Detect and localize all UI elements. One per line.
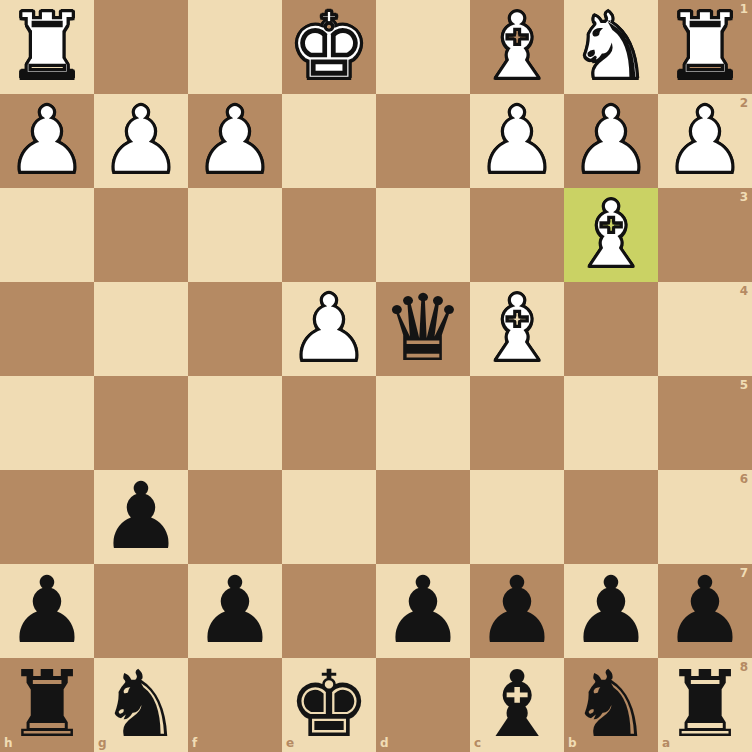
square-f3[interactable]: [188, 188, 282, 282]
square-d8[interactable]: d: [376, 658, 470, 752]
square-e6[interactable]: [282, 470, 376, 564]
square-a5[interactable]: 5: [658, 376, 752, 470]
square-f4[interactable]: [188, 282, 282, 376]
square-a1[interactable]: ♜1: [658, 0, 752, 94]
square-c4[interactable]: ♝: [470, 282, 564, 376]
piece-white-pawn[interactable]: ♟: [564, 94, 658, 188]
square-c6[interactable]: [470, 470, 564, 564]
square-f7[interactable]: ♟: [188, 564, 282, 658]
square-b7[interactable]: ♟: [564, 564, 658, 658]
square-c3[interactable]: [470, 188, 564, 282]
square-e5[interactable]: [282, 376, 376, 470]
square-e3[interactable]: [282, 188, 376, 282]
square-e8[interactable]: ♚e: [282, 658, 376, 752]
square-b4[interactable]: [564, 282, 658, 376]
piece-white-rook[interactable]: ♜: [658, 0, 752, 94]
square-e2[interactable]: [282, 94, 376, 188]
rank-label-6: 6: [740, 472, 748, 486]
square-h6[interactable]: [0, 470, 94, 564]
square-d6[interactable]: [376, 470, 470, 564]
square-e7[interactable]: [282, 564, 376, 658]
square-e1[interactable]: ♚: [282, 0, 376, 94]
file-label-f: f: [192, 736, 197, 750]
piece-black-pawn[interactable]: ♟: [470, 564, 564, 658]
piece-white-rook[interactable]: ♜: [0, 0, 94, 94]
square-b8[interactable]: ♞b: [564, 658, 658, 752]
square-a6[interactable]: 6: [658, 470, 752, 564]
square-b2[interactable]: ♟: [564, 94, 658, 188]
square-f2[interactable]: ♟: [188, 94, 282, 188]
square-h2[interactable]: ♟: [0, 94, 94, 188]
chess-board: ♜♚♝♞♜1♟♟♟♟♟♟2♝3♟♛♝45♟6♟♟♟♟♟♟7♜h♞gf♚ed♝c♞…: [0, 0, 752, 752]
piece-black-pawn[interactable]: ♟: [564, 564, 658, 658]
piece-black-rook[interactable]: ♜: [0, 658, 94, 752]
square-g6[interactable]: ♟: [94, 470, 188, 564]
square-h8[interactable]: ♜h: [0, 658, 94, 752]
square-d7[interactable]: ♟: [376, 564, 470, 658]
square-c7[interactable]: ♟: [470, 564, 564, 658]
piece-black-king[interactable]: ♚: [282, 658, 376, 752]
square-c8[interactable]: ♝c: [470, 658, 564, 752]
piece-white-pawn[interactable]: ♟: [94, 94, 188, 188]
square-h4[interactable]: [0, 282, 94, 376]
square-e4[interactable]: ♟: [282, 282, 376, 376]
square-g7[interactable]: [94, 564, 188, 658]
piece-black-rook[interactable]: ♜: [658, 658, 752, 752]
square-d3[interactable]: [376, 188, 470, 282]
square-d1[interactable]: [376, 0, 470, 94]
square-a4[interactable]: 4: [658, 282, 752, 376]
piece-white-pawn[interactable]: ♟: [282, 282, 376, 376]
piece-white-pawn[interactable]: ♟: [0, 94, 94, 188]
square-d5[interactable]: [376, 376, 470, 470]
square-a8[interactable]: ♜8a: [658, 658, 752, 752]
piece-white-pawn[interactable]: ♟: [470, 94, 564, 188]
piece-white-king[interactable]: ♚: [282, 0, 376, 94]
square-b1[interactable]: ♞: [564, 0, 658, 94]
square-d2[interactable]: [376, 94, 470, 188]
square-h3[interactable]: [0, 188, 94, 282]
square-b3[interactable]: ♝: [564, 188, 658, 282]
square-h1[interactable]: ♜: [0, 0, 94, 94]
piece-white-bishop[interactable]: ♝: [564, 188, 658, 282]
square-h7[interactable]: ♟: [0, 564, 94, 658]
piece-white-bishop[interactable]: ♝: [470, 0, 564, 94]
square-f1[interactable]: [188, 0, 282, 94]
piece-white-pawn[interactable]: ♟: [658, 94, 752, 188]
piece-white-bishop[interactable]: ♝: [470, 282, 564, 376]
square-g1[interactable]: [94, 0, 188, 94]
square-g2[interactable]: ♟: [94, 94, 188, 188]
square-a2[interactable]: ♟2: [658, 94, 752, 188]
square-f5[interactable]: [188, 376, 282, 470]
square-b6[interactable]: [564, 470, 658, 564]
square-a7[interactable]: ♟7: [658, 564, 752, 658]
rank-label-5: 5: [740, 378, 748, 392]
square-c5[interactable]: [470, 376, 564, 470]
square-g3[interactable]: [94, 188, 188, 282]
square-f6[interactable]: [188, 470, 282, 564]
square-d4[interactable]: ♛: [376, 282, 470, 376]
square-a3[interactable]: 3: [658, 188, 752, 282]
square-g8[interactable]: ♞g: [94, 658, 188, 752]
square-h5[interactable]: [0, 376, 94, 470]
piece-white-knight[interactable]: ♞: [564, 0, 658, 94]
piece-white-pawn[interactable]: ♟: [188, 94, 282, 188]
piece-black-knight[interactable]: ♞: [94, 658, 188, 752]
piece-black-pawn[interactable]: ♟: [376, 564, 470, 658]
piece-black-pawn[interactable]: ♟: [188, 564, 282, 658]
piece-black-pawn[interactable]: ♟: [94, 470, 188, 564]
piece-black-bishop[interactable]: ♝: [470, 658, 564, 752]
square-f8[interactable]: f: [188, 658, 282, 752]
square-g4[interactable]: [94, 282, 188, 376]
piece-black-pawn[interactable]: ♟: [0, 564, 94, 658]
square-c2[interactable]: ♟: [470, 94, 564, 188]
piece-black-knight[interactable]: ♞: [564, 658, 658, 752]
square-b5[interactable]: [564, 376, 658, 470]
rank-label-3: 3: [740, 190, 748, 204]
piece-black-pawn[interactable]: ♟: [658, 564, 752, 658]
square-c1[interactable]: ♝: [470, 0, 564, 94]
square-g5[interactable]: [94, 376, 188, 470]
file-label-d: d: [380, 736, 389, 750]
piece-black-queen[interactable]: ♛: [376, 282, 470, 376]
rank-label-4: 4: [740, 284, 748, 298]
